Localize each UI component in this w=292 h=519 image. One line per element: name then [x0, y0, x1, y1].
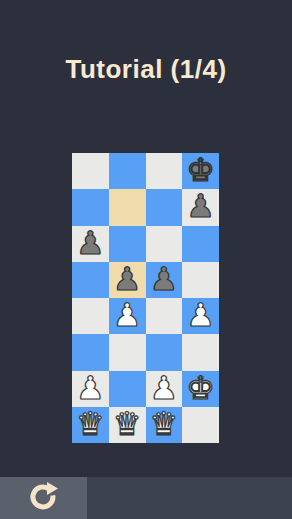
piece-white-king[interactable]: ♚: [186, 372, 215, 404]
square-b7[interactable]: [109, 189, 146, 225]
square-a5[interactable]: [72, 262, 109, 298]
piece-black-pawn[interactable]: ♟: [76, 227, 105, 259]
square-c8[interactable]: [146, 153, 183, 189]
square-c7[interactable]: [146, 189, 183, 225]
bottom-bar: [0, 477, 292, 519]
square-a8[interactable]: [72, 153, 109, 189]
page-title: Tutorial (1/4): [0, 54, 292, 85]
square-b3[interactable]: [109, 334, 146, 370]
chess-board: ♚♟♟♟♟♟♟♟♟♚♛♛♛: [72, 153, 219, 443]
square-c3[interactable]: [146, 334, 183, 370]
square-c2[interactable]: ♟: [146, 371, 183, 407]
square-c1[interactable]: ♛: [146, 407, 183, 443]
square-a6[interactable]: ♟: [72, 226, 109, 262]
square-d8[interactable]: ♚: [182, 153, 219, 189]
square-b5[interactable]: ♟: [109, 262, 146, 298]
square-a2[interactable]: ♟: [72, 371, 109, 407]
piece-black-king[interactable]: ♚: [186, 154, 215, 186]
square-d5[interactable]: [182, 262, 219, 298]
square-b8[interactable]: [109, 153, 146, 189]
square-d7[interactable]: ♟: [182, 189, 219, 225]
square-d1[interactable]: [182, 407, 219, 443]
restart-button[interactable]: [0, 477, 87, 519]
square-a4[interactable]: [72, 298, 109, 334]
square-c5[interactable]: ♟: [146, 262, 183, 298]
piece-white-queen[interactable]: ♛: [113, 408, 142, 440]
app-screen: Tutorial (1/4) ♚♟♟♟♟♟♟♟♟♚♛♛♛: [0, 0, 292, 519]
piece-white-pawn[interactable]: ♟: [186, 299, 215, 331]
square-a1[interactable]: ♛: [72, 407, 109, 443]
piece-white-queen[interactable]: ♛: [150, 408, 179, 440]
square-c6[interactable]: [146, 226, 183, 262]
piece-white-pawn[interactable]: ♟: [150, 372, 179, 404]
square-b2[interactable]: [109, 371, 146, 407]
piece-white-pawn[interactable]: ♟: [76, 372, 105, 404]
square-c4[interactable]: [146, 298, 183, 334]
square-a3[interactable]: [72, 334, 109, 370]
piece-white-queen[interactable]: ♛: [76, 408, 105, 440]
square-d6[interactable]: [182, 226, 219, 262]
square-b6[interactable]: [109, 226, 146, 262]
square-d3[interactable]: [182, 334, 219, 370]
square-b4[interactable]: ♟: [109, 298, 146, 334]
piece-white-pawn[interactable]: ♟: [113, 299, 142, 331]
piece-black-pawn[interactable]: ♟: [186, 190, 215, 222]
restart-icon: [27, 479, 61, 517]
piece-black-pawn[interactable]: ♟: [113, 263, 142, 295]
square-d2[interactable]: ♚: [182, 371, 219, 407]
square-a7[interactable]: [72, 189, 109, 225]
square-d4[interactable]: ♟: [182, 298, 219, 334]
piece-black-pawn[interactable]: ♟: [150, 263, 179, 295]
square-b1[interactable]: ♛: [109, 407, 146, 443]
